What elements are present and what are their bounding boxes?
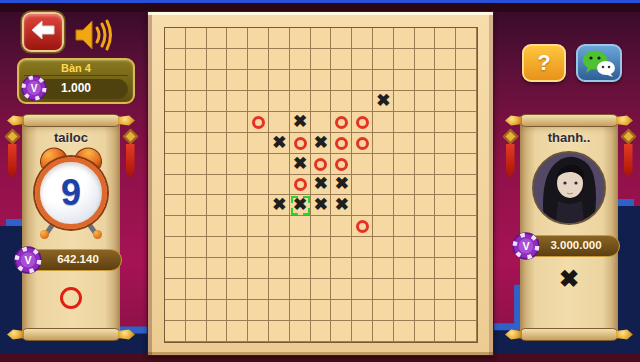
- cell-9-14[interactable]: [456, 216, 477, 237]
- cell-9-6[interactable]: [290, 216, 311, 237]
- scroll-rod: [21, 328, 121, 341]
- cell-12-11[interactable]: [394, 279, 415, 300]
- cell-3-13[interactable]: [435, 91, 456, 112]
- cell-12-1[interactable]: [186, 279, 207, 300]
- cell-8-9[interactable]: [352, 195, 373, 216]
- cell-7-14[interactable]: [456, 175, 477, 196]
- cell-10-5[interactable]: [269, 237, 290, 258]
- cell-2-9[interactable]: [352, 70, 373, 91]
- cell-14-8[interactable]: [331, 321, 352, 342]
- cell-5-1[interactable]: [186, 133, 207, 154]
- cell-9-8[interactable]: [331, 216, 352, 237]
- cell-3-9[interactable]: [352, 91, 373, 112]
- player-panel-left: tailoc 9 V 642.140: [5, 114, 137, 348]
- money-value-right: 3.000.000: [537, 239, 615, 251]
- avatar-portrait: [534, 153, 604, 223]
- cell-1-6[interactable]: [290, 49, 311, 70]
- cell-10-9[interactable]: [352, 237, 373, 258]
- cell-8-6[interactable]: ✖: [290, 195, 311, 216]
- scroll-rod: [519, 328, 619, 341]
- cell-8-13[interactable]: [435, 195, 456, 216]
- cell-11-14[interactable]: [456, 258, 477, 279]
- cell-2-8[interactable]: [331, 70, 352, 91]
- cell-11-11[interactable]: [394, 258, 415, 279]
- cell-1-12[interactable]: [415, 49, 436, 70]
- cell-8-3[interactable]: [227, 195, 248, 216]
- cell-12-3[interactable]: [227, 279, 248, 300]
- cell-14-7[interactable]: [311, 321, 332, 342]
- cell-12-2[interactable]: [207, 279, 228, 300]
- cell-8-0[interactable]: [165, 195, 186, 216]
- cell-10-1[interactable]: [186, 237, 207, 258]
- cell-12-13[interactable]: [435, 279, 456, 300]
- cell-0-5[interactable]: [269, 28, 290, 49]
- cell-0-4[interactable]: [248, 28, 269, 49]
- help-button[interactable]: ?: [522, 44, 566, 82]
- piece-o: [294, 137, 307, 150]
- cell-6-6[interactable]: ✖: [290, 154, 311, 175]
- cell-7-6[interactable]: [290, 175, 311, 196]
- cell-11-3[interactable]: [227, 258, 248, 279]
- cell-8-2[interactable]: [207, 195, 228, 216]
- cell-11-0[interactable]: [165, 258, 186, 279]
- cell-11-10[interactable]: [373, 258, 394, 279]
- cell-2-14[interactable]: [456, 70, 477, 91]
- piece-x: ✖: [293, 196, 307, 213]
- piece-x: ✖: [293, 113, 307, 130]
- cell-4-0[interactable]: [165, 112, 186, 133]
- cell-14-0[interactable]: [165, 321, 186, 342]
- board-grid: ✖✖✖✖✖✖✖✖✖✖✖: [164, 27, 478, 343]
- cell-7-3[interactable]: [227, 175, 248, 196]
- cell-4-12[interactable]: [415, 112, 436, 133]
- cell-14-5[interactable]: [269, 321, 290, 342]
- scroll-rod: [21, 114, 121, 127]
- cell-9-11[interactable]: [394, 216, 415, 237]
- cell-10-14[interactable]: [456, 237, 477, 258]
- cell-0-11[interactable]: [394, 28, 415, 49]
- player-piece-o-marker: [60, 287, 82, 309]
- cell-2-11[interactable]: [394, 70, 415, 91]
- cell-0-6[interactable]: [290, 28, 311, 49]
- cell-9-5[interactable]: [269, 216, 290, 237]
- piece-o: [294, 178, 307, 191]
- tassel-ornament: [502, 127, 518, 178]
- scroll-rod: [519, 114, 619, 127]
- cell-2-3[interactable]: [227, 70, 248, 91]
- cell-10-3[interactable]: [227, 237, 248, 258]
- cell-12-7[interactable]: [311, 279, 332, 300]
- cell-1-0[interactable]: [165, 49, 186, 70]
- piece-o: [252, 116, 265, 129]
- cell-0-1[interactable]: [186, 28, 207, 49]
- cell-12-12[interactable]: [415, 279, 436, 300]
- piece-x: ✖: [272, 134, 286, 151]
- cell-7-11[interactable]: [394, 175, 415, 196]
- piece-x: ✖: [314, 196, 328, 213]
- scroll-body: thanh..: [520, 124, 618, 338]
- cell-6-4[interactable]: [248, 154, 269, 175]
- cell-2-2[interactable]: [207, 70, 228, 91]
- cell-10-2[interactable]: [207, 237, 228, 258]
- cell-3-12[interactable]: [415, 91, 436, 112]
- cell-2-5[interactable]: [269, 70, 290, 91]
- cell-13-9[interactable]: [352, 300, 373, 321]
- cell-0-10[interactable]: [373, 28, 394, 49]
- cell-13-0[interactable]: [165, 300, 186, 321]
- cell-14-13[interactable]: [435, 321, 456, 342]
- cell-0-3[interactable]: [227, 28, 248, 49]
- cell-11-2[interactable]: [207, 258, 228, 279]
- cell-9-7[interactable]: [311, 216, 332, 237]
- cell-9-10[interactable]: [373, 216, 394, 237]
- cell-1-8[interactable]: [331, 49, 352, 70]
- cell-0-14[interactable]: [456, 28, 477, 49]
- cell-0-13[interactable]: [435, 28, 456, 49]
- cell-8-1[interactable]: [186, 195, 207, 216]
- cell-1-10[interactable]: [373, 49, 394, 70]
- cell-9-9[interactable]: [352, 216, 373, 237]
- cell-10-13[interactable]: [435, 237, 456, 258]
- cell-6-0[interactable]: [165, 154, 186, 175]
- player-name-right: thanh..: [548, 130, 591, 145]
- cell-4-8[interactable]: [331, 112, 352, 133]
- cell-3-10[interactable]: ✖: [373, 91, 394, 112]
- cell-9-1[interactable]: [186, 216, 207, 237]
- tassel-ornament: [122, 127, 138, 178]
- cell-6-13[interactable]: [435, 154, 456, 175]
- cell-7-5[interactable]: [269, 175, 290, 196]
- cell-13-8[interactable]: [331, 300, 352, 321]
- cell-1-7[interactable]: [311, 49, 332, 70]
- cell-5-6[interactable]: [290, 133, 311, 154]
- speaker-icon: [74, 18, 116, 52]
- cell-14-11[interactable]: [394, 321, 415, 342]
- cell-11-1[interactable]: [186, 258, 207, 279]
- avatar[interactable]: [532, 151, 606, 225]
- cell-4-10[interactable]: [373, 112, 394, 133]
- cell-13-6[interactable]: [290, 300, 311, 321]
- cell-5-9[interactable]: [352, 133, 373, 154]
- cell-5-5[interactable]: ✖: [269, 133, 290, 154]
- cell-5-12[interactable]: [415, 133, 436, 154]
- cell-7-0[interactable]: [165, 175, 186, 196]
- cell-5-10[interactable]: [373, 133, 394, 154]
- cell-14-6[interactable]: [290, 321, 311, 342]
- svg-text:V: V: [24, 254, 32, 266]
- piece-x: ✖: [335, 196, 349, 213]
- cell-14-3[interactable]: [227, 321, 248, 342]
- cell-3-1[interactable]: [186, 91, 207, 112]
- cell-6-2[interactable]: [207, 154, 228, 175]
- cell-10-8[interactable]: [331, 237, 352, 258]
- cell-8-7[interactable]: ✖: [311, 195, 332, 216]
- tassel-ornament: [4, 127, 20, 178]
- cell-14-14[interactable]: [456, 321, 477, 342]
- cell-11-8[interactable]: [331, 258, 352, 279]
- cell-0-7[interactable]: [311, 28, 332, 49]
- cell-13-11[interactable]: [394, 300, 415, 321]
- cell-10-0[interactable]: [165, 237, 186, 258]
- piece-x: ✖: [376, 92, 390, 109]
- cell-11-4[interactable]: [248, 258, 269, 279]
- cell-5-4[interactable]: [248, 133, 269, 154]
- cell-5-13[interactable]: [435, 133, 456, 154]
- cell-7-1[interactable]: [186, 175, 207, 196]
- cell-13-13[interactable]: [435, 300, 456, 321]
- cell-2-10[interactable]: [373, 70, 394, 91]
- cell-1-4[interactable]: [248, 49, 269, 70]
- cell-9-4[interactable]: [248, 216, 269, 237]
- cell-3-6[interactable]: [290, 91, 311, 112]
- cell-4-13[interactable]: [435, 112, 456, 133]
- timer-value: 9: [61, 172, 81, 214]
- cell-0-9[interactable]: [352, 28, 373, 49]
- money-value-left: 642.140: [39, 253, 117, 265]
- tassel-ornament: [620, 127, 636, 178]
- piece-o: [356, 116, 369, 129]
- cell-2-7[interactable]: [311, 70, 332, 91]
- back-arrow-icon: [31, 20, 55, 44]
- cell-10-11[interactable]: [394, 237, 415, 258]
- cell-5-2[interactable]: [207, 133, 228, 154]
- piece-x: ✖: [314, 134, 328, 151]
- cell-0-12[interactable]: [415, 28, 436, 49]
- cell-13-4[interactable]: [248, 300, 269, 321]
- cell-6-14[interactable]: [456, 154, 477, 175]
- cell-12-9[interactable]: [352, 279, 373, 300]
- cell-3-4[interactable]: [248, 91, 269, 112]
- cell-9-0[interactable]: [165, 216, 186, 237]
- cell-12-10[interactable]: [373, 279, 394, 300]
- cell-0-8[interactable]: [331, 28, 352, 49]
- cell-13-7[interactable]: [311, 300, 332, 321]
- cell-6-1[interactable]: [186, 154, 207, 175]
- cell-0-2[interactable]: [207, 28, 228, 49]
- piece-o: [356, 220, 369, 233]
- cell-11-12[interactable]: [415, 258, 436, 279]
- cell-4-2[interactable]: [207, 112, 228, 133]
- cell-14-1[interactable]: [186, 321, 207, 342]
- cell-3-11[interactable]: [394, 91, 415, 112]
- money-right: V 3.000.000: [518, 235, 620, 257]
- money-left: V 642.140: [20, 249, 122, 271]
- cell-6-10[interactable]: [373, 154, 394, 175]
- cell-6-3[interactable]: [227, 154, 248, 175]
- cell-2-4[interactable]: [248, 70, 269, 91]
- cell-8-14[interactable]: [456, 195, 477, 216]
- cell-2-12[interactable]: [415, 70, 436, 91]
- cell-3-5[interactable]: [269, 91, 290, 112]
- cell-5-3[interactable]: [227, 133, 248, 154]
- cell-1-5[interactable]: [269, 49, 290, 70]
- cell-9-3[interactable]: [227, 216, 248, 237]
- cell-7-4[interactable]: [248, 175, 269, 196]
- cell-6-7[interactable]: [311, 154, 332, 175]
- game-stage: ✖✖✖✖✖✖✖✖✖✖✖ Bàn 4 V 1.000: [0, 0, 640, 362]
- cell-13-3[interactable]: [227, 300, 248, 321]
- cell-12-5[interactable]: [269, 279, 290, 300]
- piece-o: [356, 137, 369, 150]
- back-button[interactable]: [22, 12, 64, 52]
- cell-9-13[interactable]: [435, 216, 456, 237]
- cell-4-3[interactable]: [227, 112, 248, 133]
- cell-9-12[interactable]: [415, 216, 436, 237]
- cell-10-6[interactable]: [290, 237, 311, 258]
- cell-11-6[interactable]: [290, 258, 311, 279]
- cell-12-4[interactable]: [248, 279, 269, 300]
- scroll-body: tailoc 9 V 642.140: [22, 124, 120, 338]
- cell-4-11[interactable]: [394, 112, 415, 133]
- cell-10-10[interactable]: [373, 237, 394, 258]
- cell-6-12[interactable]: [415, 154, 436, 175]
- cell-13-1[interactable]: [186, 300, 207, 321]
- cell-4-9[interactable]: [352, 112, 373, 133]
- cell-3-7[interactable]: [311, 91, 332, 112]
- svg-text:V: V: [522, 240, 530, 252]
- cell-7-7[interactable]: ✖: [311, 175, 332, 196]
- cell-8-4[interactable]: [248, 195, 269, 216]
- cell-12-8[interactable]: [331, 279, 352, 300]
- piece-o: [314, 158, 327, 171]
- piece-x: ✖: [272, 196, 286, 213]
- cell-6-11[interactable]: [394, 154, 415, 175]
- cell-4-6[interactable]: ✖: [290, 112, 311, 133]
- piece-x: ✖: [314, 175, 328, 192]
- cell-3-2[interactable]: [207, 91, 228, 112]
- wechat-icon: [582, 49, 616, 77]
- top-blue-line: [0, 0, 640, 3]
- cell-9-2[interactable]: [207, 216, 228, 237]
- cell-11-13[interactable]: [435, 258, 456, 279]
- cell-2-0[interactable]: [165, 70, 186, 91]
- cell-12-0[interactable]: [165, 279, 186, 300]
- cell-8-5[interactable]: ✖: [269, 195, 290, 216]
- cell-1-2[interactable]: [207, 49, 228, 70]
- cell-4-1[interactable]: [186, 112, 207, 133]
- cell-14-9[interactable]: [352, 321, 373, 342]
- cell-12-6[interactable]: [290, 279, 311, 300]
- cell-11-9[interactable]: [352, 258, 373, 279]
- cell-6-8[interactable]: [331, 154, 352, 175]
- cell-13-12[interactable]: [415, 300, 436, 321]
- cell-10-12[interactable]: [415, 237, 436, 258]
- piece-o: [335, 116, 348, 129]
- cell-5-14[interactable]: [456, 133, 477, 154]
- bet-amount: 1.000: [24, 81, 128, 95]
- cell-13-14[interactable]: [456, 300, 477, 321]
- cell-8-12[interactable]: [415, 195, 436, 216]
- cell-7-13[interactable]: [435, 175, 456, 196]
- cell-14-10[interactable]: [373, 321, 394, 342]
- cell-7-9[interactable]: [352, 175, 373, 196]
- cell-5-8[interactable]: [331, 133, 352, 154]
- cell-4-14[interactable]: [456, 112, 477, 133]
- cell-2-1[interactable]: [186, 70, 207, 91]
- table-bet-panel: Bàn 4 V 1.000: [17, 58, 135, 104]
- cell-5-11[interactable]: [394, 133, 415, 154]
- cell-14-12[interactable]: [415, 321, 436, 342]
- cell-1-3[interactable]: [227, 49, 248, 70]
- piece-o: [335, 158, 348, 171]
- cell-11-5[interactable]: [269, 258, 290, 279]
- alarm-clock-timer: 9: [31, 147, 111, 239]
- cell-10-4[interactable]: [248, 237, 269, 258]
- cell-2-6[interactable]: [290, 70, 311, 91]
- cell-7-12[interactable]: [415, 175, 436, 196]
- cell-7-10[interactable]: [373, 175, 394, 196]
- cell-7-2[interactable]: [207, 175, 228, 196]
- cell-8-11[interactable]: [394, 195, 415, 216]
- cell-8-8[interactable]: ✖: [331, 195, 352, 216]
- cell-1-9[interactable]: [352, 49, 373, 70]
- cell-3-14[interactable]: [456, 91, 477, 112]
- player-panel-right: thanh..: [503, 114, 635, 348]
- cell-7-8[interactable]: ✖: [331, 175, 352, 196]
- cell-4-5[interactable]: [269, 112, 290, 133]
- cell-1-1[interactable]: [186, 49, 207, 70]
- sound-button[interactable]: [74, 18, 116, 52]
- cell-3-8[interactable]: [331, 91, 352, 112]
- cell-13-10[interactable]: [373, 300, 394, 321]
- cell-6-5[interactable]: [269, 154, 290, 175]
- cell-14-4[interactable]: [248, 321, 269, 342]
- player-piece-x-marker: ✖: [559, 267, 579, 291]
- cell-8-10[interactable]: [373, 195, 394, 216]
- piece-x: ✖: [293, 155, 307, 172]
- cell-1-11[interactable]: [394, 49, 415, 70]
- player-name-left: tailoc: [54, 130, 88, 145]
- cell-3-3[interactable]: [227, 91, 248, 112]
- cell-5-0[interactable]: [165, 133, 186, 154]
- cell-1-14[interactable]: [456, 49, 477, 70]
- cell-4-7[interactable]: [311, 112, 332, 133]
- cell-10-7[interactable]: [311, 237, 332, 258]
- cell-3-0[interactable]: [165, 91, 186, 112]
- cell-1-13[interactable]: [435, 49, 456, 70]
- cell-13-2[interactable]: [207, 300, 228, 321]
- cell-2-13[interactable]: [435, 70, 456, 91]
- game-board: ✖✖✖✖✖✖✖✖✖✖✖: [147, 11, 494, 356]
- cell-0-0[interactable]: [165, 28, 186, 49]
- cell-11-7[interactable]: [311, 258, 332, 279]
- piece-o: [335, 137, 348, 150]
- cell-6-9[interactable]: [352, 154, 373, 175]
- chat-button[interactable]: [576, 44, 622, 82]
- piece-x: ✖: [335, 175, 349, 192]
- cell-4-4[interactable]: [248, 112, 269, 133]
- cell-13-5[interactable]: [269, 300, 290, 321]
- cell-14-2[interactable]: [207, 321, 228, 342]
- cell-12-14[interactable]: [456, 279, 477, 300]
- cell-5-7[interactable]: ✖: [311, 133, 332, 154]
